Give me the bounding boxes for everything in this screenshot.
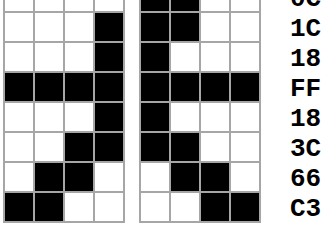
bitmap-cell-r8-b7	[35, 193, 63, 221]
hex-label-row4: FF	[290, 74, 321, 104]
bitmap-cell-r6-b5	[95, 133, 123, 161]
bitmap-cell-r8-b8	[5, 193, 33, 221]
bitmap-cell-r7-b7	[35, 163, 63, 191]
bitmap-cell-r6-b2	[201, 133, 229, 161]
bitmap-cell-r5-b7	[35, 103, 63, 131]
bitmap-cell-r5-b3	[171, 103, 199, 131]
bitmap-cell-r4-b3	[171, 73, 199, 101]
bitmap-cell-r5-b2	[201, 103, 229, 131]
bitmap-cell-r7-b4	[141, 163, 169, 191]
bitmap-cell-r7-b3	[171, 163, 199, 191]
bitmap-cell-r4-b1	[231, 73, 259, 101]
bitmap-cell-r1-b3	[171, 0, 199, 11]
bitmap-cell-r1-b7	[35, 0, 63, 11]
bitmap-cell-r8-b4	[141, 193, 169, 221]
bitmap-cell-r2-b8	[5, 13, 33, 41]
bitmap-cell-r2-b6	[65, 13, 93, 41]
bitmap-cell-r1-b5	[95, 0, 123, 11]
bitmap-cell-r2-b2	[201, 13, 229, 41]
bitmap-cell-r4-b6	[65, 73, 93, 101]
bitmap-cell-r2-b7	[35, 13, 63, 41]
bitmap-cell-r8-b2	[201, 193, 229, 221]
bitmap-cell-r3-b5	[95, 43, 123, 71]
bitmap-cell-r8-b5	[95, 193, 123, 221]
bitmap-cell-r6-b6	[65, 133, 93, 161]
bitmap-cell-r7-b8	[5, 163, 33, 191]
bitmap-cell-r7-b1	[231, 163, 259, 191]
bitmap-cell-r6-b4	[141, 133, 169, 161]
hex-label-row5: 18	[290, 104, 321, 134]
low-nibble-grid	[139, 0, 261, 223]
bitmap-cell-r7-b6	[65, 163, 93, 191]
bitmap-cell-r3-b7	[35, 43, 63, 71]
bitmap-cell-r1-b8	[5, 0, 33, 11]
bitmap-cell-r4-b7	[35, 73, 63, 101]
bitmap-cell-r6-b8	[5, 133, 33, 161]
hex-label-row6: 3C	[290, 134, 321, 164]
bitmap-cell-r5-b5	[95, 103, 123, 131]
bitmap-cell-r1-b6	[65, 0, 93, 11]
high-nibble-grid	[3, 0, 125, 223]
bitmap-cell-r5-b4	[141, 103, 169, 131]
bitmap-cell-r3-b2	[201, 43, 229, 71]
bitmap-cell-r2-b1	[231, 13, 259, 41]
hex-label-row7: 66	[290, 164, 321, 194]
bitmap-cell-r1-b4	[141, 0, 169, 11]
bitmap-cell-r6-b1	[231, 133, 259, 161]
bitmap-cell-r3-b6	[65, 43, 93, 71]
bitmap-cell-r2-b4	[141, 13, 169, 41]
bitmap-diagram: 0C1C18FF183C66C3	[0, 0, 334, 240]
bitmap-cell-r2-b3	[171, 13, 199, 41]
bitmap-cell-r5-b1	[231, 103, 259, 131]
bitmap-cell-r4-b2	[201, 73, 229, 101]
hex-label-row1: 0C	[290, 0, 321, 14]
bitmap-cell-r4-b4	[141, 73, 169, 101]
hex-values-column: 0C1C18FF183C66C3	[290, 0, 321, 224]
bitmap-cell-r2-b5	[95, 13, 123, 41]
bitmap-cell-r1-b1	[231, 0, 259, 11]
hex-label-row2: 1C	[290, 14, 321, 44]
bitmap-cell-r8-b1	[231, 193, 259, 221]
hex-label-row3: 18	[290, 44, 321, 74]
bitmap-cell-r8-b6	[65, 193, 93, 221]
bitmap-cell-r6-b3	[171, 133, 199, 161]
bitmap-cell-r8-b3	[171, 193, 199, 221]
bitmap-cell-r7-b2	[201, 163, 229, 191]
bitmap-cell-r5-b8	[5, 103, 33, 131]
bitmap-cell-r4-b8	[5, 73, 33, 101]
bitmap-cell-r4-b5	[95, 73, 123, 101]
bitmap-cell-r3-b8	[5, 43, 33, 71]
bitmap-cell-r5-b6	[65, 103, 93, 131]
bitmap-cell-r1-b2	[201, 0, 229, 11]
bitmap-cell-r6-b7	[35, 133, 63, 161]
bitmap-cell-r3-b1	[231, 43, 259, 71]
bitmap-cell-r3-b4	[141, 43, 169, 71]
bitmap-cell-r3-b3	[171, 43, 199, 71]
hex-label-row8: C3	[290, 194, 321, 224]
bitmap-cell-r7-b5	[95, 163, 123, 191]
